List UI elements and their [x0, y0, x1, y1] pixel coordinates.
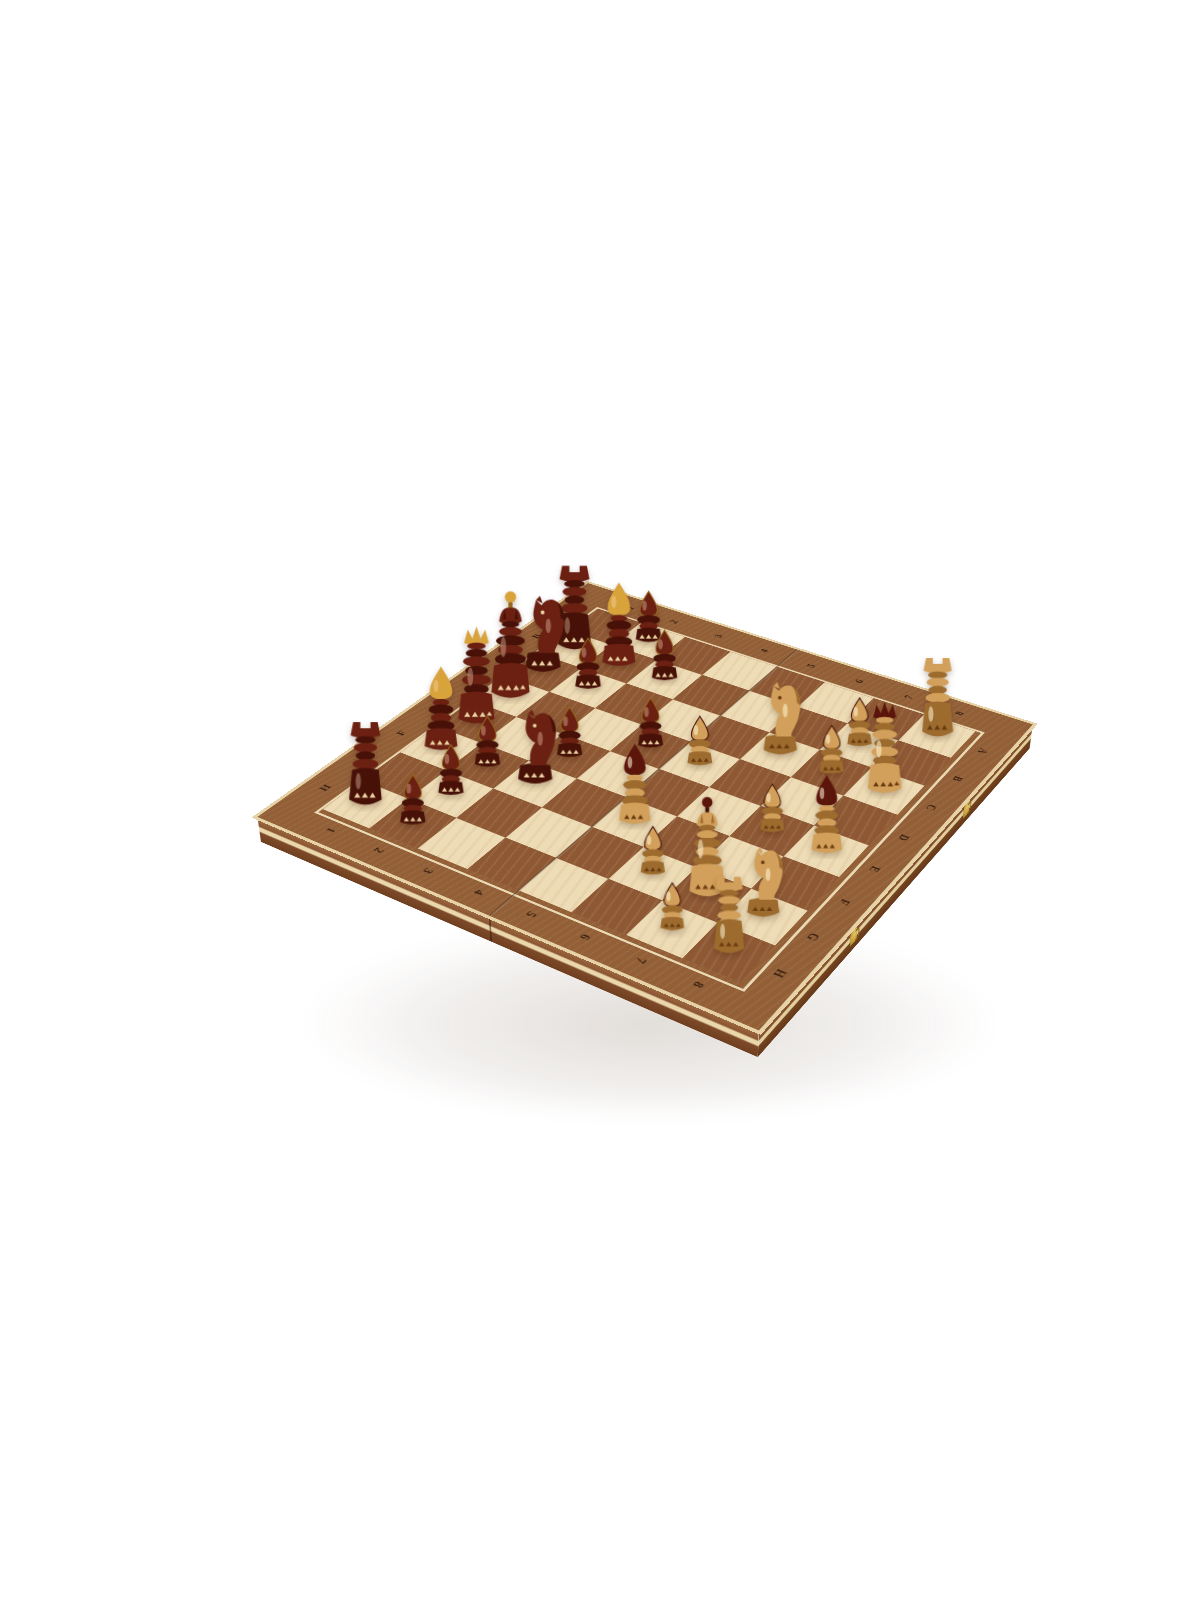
- piece-light-knight-c6[interactable]: [753, 681, 808, 760]
- file-label-near-g: G: [799, 928, 827, 946]
- piece-dark-knight-f3[interactable]: [507, 708, 563, 788]
- file-label-near-e: E: [862, 861, 888, 877]
- product-photo-stage: 1122334455667788AABBCCDDEEFFGGHH: [0, 0, 1200, 1600]
- rank-label-near-4: 4: [464, 884, 492, 901]
- piece-light-pawn-d5[interactable]: [680, 714, 720, 767]
- piece-light-queen-c8[interactable]: [859, 701, 909, 797]
- rank-label-near-2: 2: [365, 842, 392, 858]
- brass-latch-icon-1: [963, 800, 970, 820]
- rank-label-near-3: 3: [414, 863, 441, 879]
- piece-dark-pawn-f2[interactable]: [467, 714, 508, 769]
- piece-dark-pawn-b3[interactable]: [644, 628, 685, 683]
- file-label-near-f: F: [831, 893, 858, 910]
- file-label-near-b: B: [946, 771, 970, 785]
- file-label-near-h: H: [766, 964, 795, 983]
- piece-light-rook-h8[interactable]: [706, 874, 751, 957]
- file-label-far-f: F: [389, 726, 414, 739]
- piece-light-rook-a8[interactable]: [914, 656, 960, 741]
- rank-label-near-1: 1: [317, 822, 344, 837]
- rank-label-far-4: 4: [753, 645, 775, 657]
- piece-dark-rook-h1[interactable]: [341, 720, 390, 810]
- piece-dark-bishop-f1[interactable]: [417, 665, 464, 753]
- rank-label-far-6: 6: [847, 675, 870, 687]
- file-label-near-c: C: [919, 800, 944, 815]
- rank-label-far-5: 5: [799, 660, 822, 672]
- piece-light-pawn-e7[interactable]: [753, 782, 792, 834]
- piece-dark-pawn-d4[interactable]: [630, 696, 670, 750]
- piece-light-pawn-g6[interactable]: [633, 824, 672, 876]
- piece-light-pawn-h7[interactable]: [653, 881, 691, 933]
- chess-board: 1122334455667788AABBCCDDEEFFGGHH: [251, 581, 1037, 1035]
- side-fold-seam: [489, 915, 492, 942]
- rank-label-near-5: 5: [517, 906, 545, 923]
- rank-label-far-3: 3: [707, 630, 729, 641]
- piece-dark-pawn-g2[interactable]: [431, 742, 471, 797]
- file-label-far-h: H: [312, 780, 338, 794]
- board-3d-scene: 1122334455667788AABBCCDDEEFFGGHH: [0, 0, 1200, 1600]
- brass-latch-icon-2: [850, 926, 858, 948]
- rank-label-near-6: 6: [570, 928, 598, 946]
- piece-light-bishop-f5[interactable]: [612, 742, 657, 827]
- piece-dark-pawn-c2[interactable]: [568, 636, 609, 691]
- file-label-near-d: D: [891, 830, 917, 845]
- rank-label-near-7: 7: [626, 951, 655, 969]
- piece-dark-pawn-h2[interactable]: [393, 772, 433, 827]
- piece-light-pawn-c7[interactable]: [812, 723, 851, 775]
- rank-label-near-8: 8: [683, 975, 712, 994]
- piece-light-bishop-e8[interactable]: [805, 774, 849, 856]
- file-label-near-a: A: [971, 744, 995, 758]
